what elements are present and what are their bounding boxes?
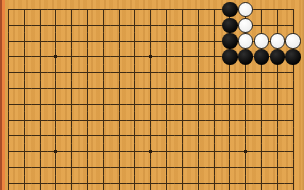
intersection[interactable] [269, 144, 285, 160]
intersection[interactable] [80, 176, 96, 190]
intersection[interactable] [1, 128, 17, 144]
intersection[interactable] [127, 128, 143, 144]
star-point [244, 150, 247, 153]
intersection[interactable] [111, 160, 127, 176]
intersection[interactable] [1, 96, 17, 112]
star-point [149, 55, 152, 58]
intersection[interactable] [111, 144, 127, 160]
intersection[interactable] [16, 96, 32, 112]
black-stone[interactable] [222, 33, 237, 48]
intersection[interactable] [143, 65, 159, 81]
intersection[interactable] [269, 81, 285, 97]
intersection[interactable] [48, 81, 64, 97]
intersection[interactable] [222, 17, 238, 33]
intersection[interactable] [80, 49, 96, 65]
intersection[interactable] [48, 128, 64, 144]
intersection[interactable] [159, 17, 175, 33]
intersection[interactable] [32, 160, 48, 176]
intersection[interactable] [64, 176, 80, 190]
intersection[interactable] [254, 176, 270, 190]
intersection[interactable] [190, 33, 206, 49]
intersection[interactable] [238, 96, 254, 112]
intersection[interactable] [175, 144, 191, 160]
intersection[interactable] [64, 112, 80, 128]
intersection[interactable] [1, 65, 17, 81]
intersection[interactable] [64, 2, 80, 18]
intersection[interactable] [175, 49, 191, 65]
star-point [54, 150, 57, 153]
intersection[interactable] [127, 65, 143, 81]
go-board-screenshot[interactable] [0, 0, 304, 190]
white-stone[interactable] [270, 33, 285, 48]
white-stone[interactable] [238, 18, 253, 33]
intersection[interactable] [127, 17, 143, 33]
intersection[interactable] [222, 81, 238, 97]
intersection[interactable] [254, 65, 270, 81]
black-stone[interactable] [222, 49, 237, 64]
intersection[interactable] [206, 65, 222, 81]
intersection[interactable] [238, 176, 254, 190]
intersection[interactable] [238, 112, 254, 128]
intersection[interactable] [48, 176, 64, 190]
intersection[interactable] [16, 144, 32, 160]
intersection[interactable] [80, 144, 96, 160]
intersection[interactable] [175, 65, 191, 81]
white-stone[interactable] [238, 33, 253, 48]
intersection[interactable] [269, 160, 285, 176]
intersection[interactable] [16, 33, 32, 49]
intersection[interactable] [143, 144, 159, 160]
intersection[interactable] [80, 33, 96, 49]
intersection[interactable] [32, 112, 48, 128]
intersection[interactable] [190, 160, 206, 176]
intersection[interactable] [254, 17, 270, 33]
intersection[interactable] [175, 81, 191, 97]
intersection[interactable] [222, 65, 238, 81]
intersection[interactable] [1, 112, 17, 128]
intersection[interactable] [64, 160, 80, 176]
intersection[interactable] [206, 160, 222, 176]
intersection[interactable] [1, 144, 17, 160]
intersection[interactable] [111, 128, 127, 144]
intersection[interactable] [269, 96, 285, 112]
black-stone[interactable] [222, 2, 237, 17]
intersection[interactable] [48, 49, 64, 65]
intersection[interactable] [190, 144, 206, 160]
intersection[interactable] [16, 160, 32, 176]
intersection[interactable] [143, 160, 159, 176]
intersection[interactable] [80, 65, 96, 81]
intersection[interactable] [269, 2, 285, 18]
intersection[interactable] [111, 17, 127, 33]
intersection[interactable] [206, 2, 222, 18]
intersection[interactable] [238, 49, 254, 65]
intersection[interactable] [111, 2, 127, 18]
intersection[interactable] [32, 33, 48, 49]
intersection[interactable] [285, 81, 301, 97]
intersection[interactable] [95, 128, 111, 144]
intersection[interactable] [254, 49, 270, 65]
intersection[interactable] [285, 144, 301, 160]
intersection[interactable] [285, 2, 301, 18]
intersection[interactable] [285, 112, 301, 128]
intersection[interactable] [143, 17, 159, 33]
intersection[interactable] [206, 112, 222, 128]
intersection[interactable] [285, 49, 301, 65]
intersection[interactable] [159, 128, 175, 144]
intersection[interactable] [254, 81, 270, 97]
intersection[interactable] [127, 160, 143, 176]
intersection[interactable] [64, 49, 80, 65]
intersection[interactable] [48, 144, 64, 160]
intersection[interactable] [64, 33, 80, 49]
intersection[interactable] [159, 160, 175, 176]
intersection[interactable] [238, 160, 254, 176]
intersection[interactable] [80, 96, 96, 112]
intersection[interactable] [206, 49, 222, 65]
intersection[interactable] [222, 2, 238, 18]
black-stone[interactable] [238, 49, 253, 64]
intersection[interactable] [206, 96, 222, 112]
intersection[interactable] [95, 160, 111, 176]
intersection[interactable] [206, 176, 222, 190]
intersection[interactable] [16, 128, 32, 144]
intersection[interactable] [175, 112, 191, 128]
intersection[interactable] [254, 160, 270, 176]
intersection[interactable] [238, 2, 254, 18]
intersection[interactable] [190, 49, 206, 65]
star-point [54, 55, 57, 58]
intersection[interactable] [159, 112, 175, 128]
intersection[interactable] [1, 33, 17, 49]
intersection[interactable] [111, 65, 127, 81]
intersection[interactable] [269, 128, 285, 144]
intersection[interactable] [111, 33, 127, 49]
intersection[interactable] [111, 176, 127, 190]
intersection[interactable] [143, 112, 159, 128]
intersection[interactable] [80, 128, 96, 144]
intersection[interactable] [238, 81, 254, 97]
intersection[interactable] [222, 128, 238, 144]
intersection[interactable] [238, 17, 254, 33]
intersection[interactable] [127, 81, 143, 97]
intersection[interactable] [48, 33, 64, 49]
intersection[interactable] [143, 81, 159, 97]
intersection[interactable] [95, 144, 111, 160]
intersection[interactable] [206, 81, 222, 97]
intersection[interactable] [254, 144, 270, 160]
intersection[interactable] [32, 49, 48, 65]
intersection[interactable] [1, 176, 17, 190]
white-stone[interactable] [254, 33, 269, 48]
intersection[interactable] [16, 65, 32, 81]
intersection[interactable] [111, 96, 127, 112]
intersection[interactable] [285, 33, 301, 49]
intersection[interactable] [143, 33, 159, 49]
intersection[interactable] [48, 17, 64, 33]
intersection[interactable] [1, 49, 17, 65]
intersection[interactable] [111, 112, 127, 128]
intersection[interactable] [285, 128, 301, 144]
intersection[interactable] [95, 81, 111, 97]
intersection[interactable] [143, 49, 159, 65]
intersection[interactable] [190, 2, 206, 18]
intersection[interactable] [64, 65, 80, 81]
intersection[interactable] [16, 176, 32, 190]
intersection[interactable] [269, 49, 285, 65]
intersection[interactable] [175, 160, 191, 176]
intersection[interactable] [254, 96, 270, 112]
intersection[interactable] [64, 96, 80, 112]
intersection[interactable] [285, 96, 301, 112]
intersection[interactable] [80, 81, 96, 97]
black-stone[interactable] [270, 49, 285, 64]
intersection[interactable] [222, 33, 238, 49]
intersection[interactable] [1, 160, 17, 176]
intersection[interactable] [285, 17, 301, 33]
intersection[interactable] [32, 81, 48, 97]
intersection[interactable] [190, 176, 206, 190]
intersection[interactable] [175, 96, 191, 112]
intersection[interactable] [269, 65, 285, 81]
intersection[interactable] [143, 128, 159, 144]
board-grid [1, 2, 302, 190]
intersection[interactable] [254, 33, 270, 49]
board-right-edge-shade [301, 0, 304, 190]
intersection[interactable] [16, 49, 32, 65]
intersection[interactable] [48, 65, 64, 81]
intersection[interactable] [159, 65, 175, 81]
intersection[interactable] [95, 96, 111, 112]
intersection[interactable] [111, 81, 127, 97]
intersection[interactable] [16, 112, 32, 128]
intersection[interactable] [143, 176, 159, 190]
intersection[interactable] [127, 176, 143, 190]
intersection[interactable] [190, 65, 206, 81]
intersection[interactable] [175, 128, 191, 144]
intersection[interactable] [95, 33, 111, 49]
intersection[interactable] [159, 176, 175, 190]
intersection[interactable] [32, 176, 48, 190]
intersection[interactable] [238, 33, 254, 49]
intersection[interactable] [190, 128, 206, 144]
intersection[interactable] [175, 17, 191, 33]
intersection[interactable] [48, 96, 64, 112]
intersection[interactable] [95, 112, 111, 128]
intersection[interactable] [1, 17, 17, 33]
intersection[interactable] [32, 144, 48, 160]
intersection[interactable] [269, 17, 285, 33]
intersection[interactable] [222, 112, 238, 128]
intersection[interactable] [222, 144, 238, 160]
intersection[interactable] [48, 160, 64, 176]
intersection[interactable] [206, 33, 222, 49]
intersection[interactable] [190, 96, 206, 112]
intersection[interactable] [206, 17, 222, 33]
intersection[interactable] [159, 2, 175, 18]
intersection[interactable] [159, 49, 175, 65]
intersection[interactable] [127, 33, 143, 49]
intersection[interactable] [111, 49, 127, 65]
intersection[interactable] [95, 2, 111, 18]
intersection[interactable] [254, 2, 270, 18]
intersection[interactable] [127, 49, 143, 65]
intersection[interactable] [190, 81, 206, 97]
intersection[interactable] [285, 160, 301, 176]
intersection[interactable] [64, 81, 80, 97]
intersection[interactable] [16, 2, 32, 18]
white-stone[interactable] [238, 2, 253, 17]
intersection[interactable] [64, 144, 80, 160]
intersection[interactable] [1, 81, 17, 97]
intersection[interactable] [127, 112, 143, 128]
intersection[interactable] [285, 176, 301, 190]
intersection[interactable] [238, 128, 254, 144]
intersection[interactable] [16, 81, 32, 97]
black-stone[interactable] [285, 49, 300, 64]
star-point [149, 150, 152, 153]
intersection[interactable] [159, 33, 175, 49]
intersection[interactable] [190, 17, 206, 33]
intersection[interactable] [143, 2, 159, 18]
intersection[interactable] [238, 144, 254, 160]
intersection[interactable] [95, 65, 111, 81]
intersection[interactable] [32, 2, 48, 18]
intersection[interactable] [222, 49, 238, 65]
black-stone[interactable] [254, 49, 269, 64]
intersection[interactable] [95, 49, 111, 65]
intersection[interactable] [254, 112, 270, 128]
intersection[interactable] [32, 96, 48, 112]
intersection[interactable] [269, 176, 285, 190]
white-stone[interactable] [285, 33, 300, 48]
intersection[interactable] [64, 17, 80, 33]
intersection[interactable] [175, 2, 191, 18]
intersection[interactable] [175, 33, 191, 49]
intersection[interactable] [222, 176, 238, 190]
intersection[interactable] [48, 112, 64, 128]
intersection[interactable] [269, 33, 285, 49]
intersection[interactable] [95, 176, 111, 190]
intersection[interactable] [254, 128, 270, 144]
intersection[interactable] [159, 96, 175, 112]
intersection[interactable] [175, 176, 191, 190]
intersection[interactable] [80, 17, 96, 33]
intersection[interactable] [190, 112, 206, 128]
intersection[interactable] [1, 2, 17, 18]
intersection[interactable] [206, 128, 222, 144]
intersection[interactable] [222, 160, 238, 176]
intersection[interactable] [16, 17, 32, 33]
intersection[interactable] [32, 65, 48, 81]
intersection[interactable] [32, 17, 48, 33]
intersection[interactable] [32, 128, 48, 144]
intersection[interactable] [222, 96, 238, 112]
intersection[interactable] [48, 2, 64, 18]
black-stone[interactable] [222, 18, 237, 33]
intersection[interactable] [95, 17, 111, 33]
intersection[interactable] [159, 144, 175, 160]
intersection[interactable] [80, 2, 96, 18]
intersection[interactable] [127, 96, 143, 112]
intersection[interactable] [159, 81, 175, 97]
intersection[interactable] [238, 65, 254, 81]
intersection[interactable] [269, 112, 285, 128]
intersection[interactable] [127, 2, 143, 18]
intersection[interactable] [285, 65, 301, 81]
intersection[interactable] [80, 112, 96, 128]
intersection[interactable] [80, 160, 96, 176]
intersection[interactable] [127, 144, 143, 160]
intersection[interactable] [206, 144, 222, 160]
intersection[interactable] [64, 128, 80, 144]
intersection[interactable] [143, 96, 159, 112]
